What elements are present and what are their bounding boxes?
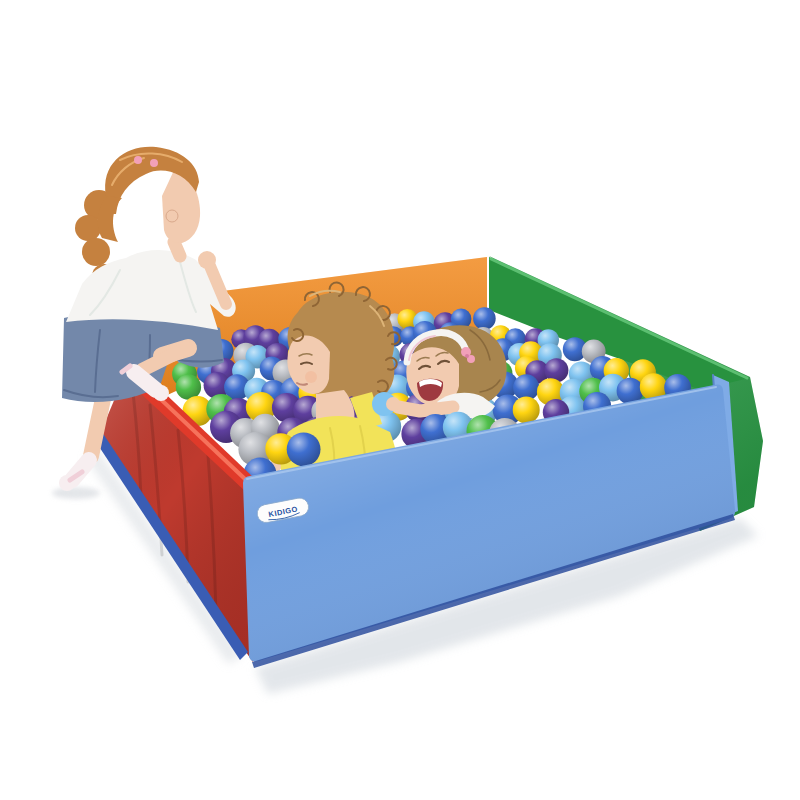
toddler-cheek bbox=[305, 371, 317, 383]
scene-svg: KIDIGO bbox=[0, 0, 800, 800]
ball-blue bbox=[473, 307, 496, 330]
ball-pit-product-photo: KIDIGO bbox=[0, 0, 800, 800]
laughing-girl-hand bbox=[386, 397, 400, 411]
climbing-girl-hair-tie-2 bbox=[150, 159, 158, 167]
ball-yellow bbox=[513, 396, 540, 423]
ball-blue bbox=[287, 432, 321, 466]
climbing-girl-wall-sock-toe bbox=[153, 385, 169, 401]
foot-shadow bbox=[52, 487, 100, 499]
climbing-girl-fist bbox=[198, 251, 216, 269]
climbing-girl-ear bbox=[166, 210, 178, 222]
climbing-girl-neck bbox=[174, 242, 180, 256]
climbing-girl-hair-tie-1 bbox=[134, 156, 142, 164]
ball-green bbox=[176, 374, 201, 399]
laughing-girl-arm bbox=[398, 407, 453, 411]
